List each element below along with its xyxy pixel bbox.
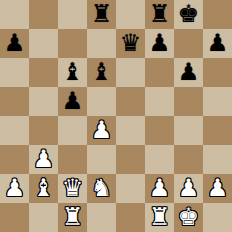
square-d3[interactable]: [87, 145, 116, 174]
piece-black-queen[interactable]: ♛: [120, 29, 142, 58]
piece-white-queen[interactable]: ♛: [62, 174, 84, 203]
piece-white-pawn[interactable]: ♟: [207, 174, 229, 203]
square-e3[interactable]: [116, 145, 145, 174]
square-f3[interactable]: [145, 145, 174, 174]
piece-white-bishop[interactable]: ♝: [33, 174, 55, 203]
piece-white-pawn[interactable]: ♟: [33, 145, 55, 174]
square-d5[interactable]: [87, 87, 116, 116]
square-e2[interactable]: [116, 174, 145, 203]
square-h2[interactable]: ♟: [203, 174, 232, 203]
square-a5[interactable]: [0, 87, 29, 116]
piece-white-pawn[interactable]: ♟: [178, 174, 200, 203]
piece-black-pawn[interactable]: ♟: [4, 29, 26, 58]
piece-white-rook[interactable]: ♜: [62, 203, 84, 232]
square-c7[interactable]: [58, 29, 87, 58]
square-d1[interactable]: [87, 203, 116, 232]
square-b3[interactable]: ♟: [29, 145, 58, 174]
square-d8[interactable]: ♜: [87, 0, 116, 29]
piece-black-pawn[interactable]: ♟: [62, 87, 84, 116]
square-b7[interactable]: [29, 29, 58, 58]
square-c8[interactable]: [58, 0, 87, 29]
square-h8[interactable]: [203, 0, 232, 29]
square-f7[interactable]: ♟: [145, 29, 174, 58]
square-f4[interactable]: [145, 116, 174, 145]
piece-white-pawn[interactable]: ♟: [91, 116, 113, 145]
square-b4[interactable]: [29, 116, 58, 145]
square-a4[interactable]: [0, 116, 29, 145]
square-e4[interactable]: [116, 116, 145, 145]
square-b2[interactable]: ♝: [29, 174, 58, 203]
square-c5[interactable]: ♟: [58, 87, 87, 116]
square-e5[interactable]: [116, 87, 145, 116]
square-c3[interactable]: [58, 145, 87, 174]
square-b5[interactable]: [29, 87, 58, 116]
piece-black-rook[interactable]: ♜: [149, 0, 171, 29]
square-a8[interactable]: [0, 0, 29, 29]
square-f5[interactable]: [145, 87, 174, 116]
piece-white-knight[interactable]: ♞: [91, 174, 113, 203]
square-g6[interactable]: ♟: [174, 58, 203, 87]
square-h6[interactable]: [203, 58, 232, 87]
square-f1[interactable]: ♜: [145, 203, 174, 232]
square-h1[interactable]: [203, 203, 232, 232]
square-d2[interactable]: ♞: [87, 174, 116, 203]
square-f2[interactable]: ♟: [145, 174, 174, 203]
square-h5[interactable]: [203, 87, 232, 116]
square-f6[interactable]: [145, 58, 174, 87]
square-a1[interactable]: [0, 203, 29, 232]
square-h4[interactable]: [203, 116, 232, 145]
square-a7[interactable]: ♟: [0, 29, 29, 58]
square-b1[interactable]: [29, 203, 58, 232]
square-h7[interactable]: ♟: [203, 29, 232, 58]
piece-black-pawn[interactable]: ♟: [178, 58, 200, 87]
square-c2[interactable]: ♛: [58, 174, 87, 203]
square-g2[interactable]: ♟: [174, 174, 203, 203]
piece-black-rook[interactable]: ♜: [91, 0, 113, 29]
square-c6[interactable]: ♝: [58, 58, 87, 87]
square-g3[interactable]: [174, 145, 203, 174]
piece-black-king[interactable]: ♚: [178, 0, 200, 29]
square-e8[interactable]: [116, 0, 145, 29]
piece-black-bishop[interactable]: ♝: [62, 58, 84, 87]
square-d7[interactable]: [87, 29, 116, 58]
square-g4[interactable]: [174, 116, 203, 145]
square-d4[interactable]: ♟: [87, 116, 116, 145]
square-c1[interactable]: ♜: [58, 203, 87, 232]
square-h3[interactable]: [203, 145, 232, 174]
square-e7[interactable]: ♛: [116, 29, 145, 58]
square-g8[interactable]: ♚: [174, 0, 203, 29]
square-a3[interactable]: [0, 145, 29, 174]
square-g7[interactable]: [174, 29, 203, 58]
square-a6[interactable]: [0, 58, 29, 87]
square-c4[interactable]: [58, 116, 87, 145]
square-d6[interactable]: ♝: [87, 58, 116, 87]
square-g1[interactable]: ♚: [174, 203, 203, 232]
piece-white-pawn[interactable]: ♟: [149, 174, 171, 203]
piece-black-pawn[interactable]: ♟: [149, 29, 171, 58]
piece-black-pawn[interactable]: ♟: [207, 29, 229, 58]
piece-white-king[interactable]: ♚: [178, 203, 200, 232]
chess-board: ♜♜♚♟♛♟♟♝♝♟♟♟♟♟♝♛♞♟♟♟♜♜♚: [0, 0, 232, 232]
square-a2[interactable]: ♟: [0, 174, 29, 203]
square-e6[interactable]: [116, 58, 145, 87]
piece-white-rook[interactable]: ♜: [149, 203, 171, 232]
piece-white-pawn[interactable]: ♟: [4, 174, 26, 203]
square-g5[interactable]: [174, 87, 203, 116]
piece-black-bishop[interactable]: ♝: [91, 58, 113, 87]
square-f8[interactable]: ♜: [145, 0, 174, 29]
square-b8[interactable]: [29, 0, 58, 29]
square-e1[interactable]: [116, 203, 145, 232]
square-b6[interactable]: [29, 58, 58, 87]
